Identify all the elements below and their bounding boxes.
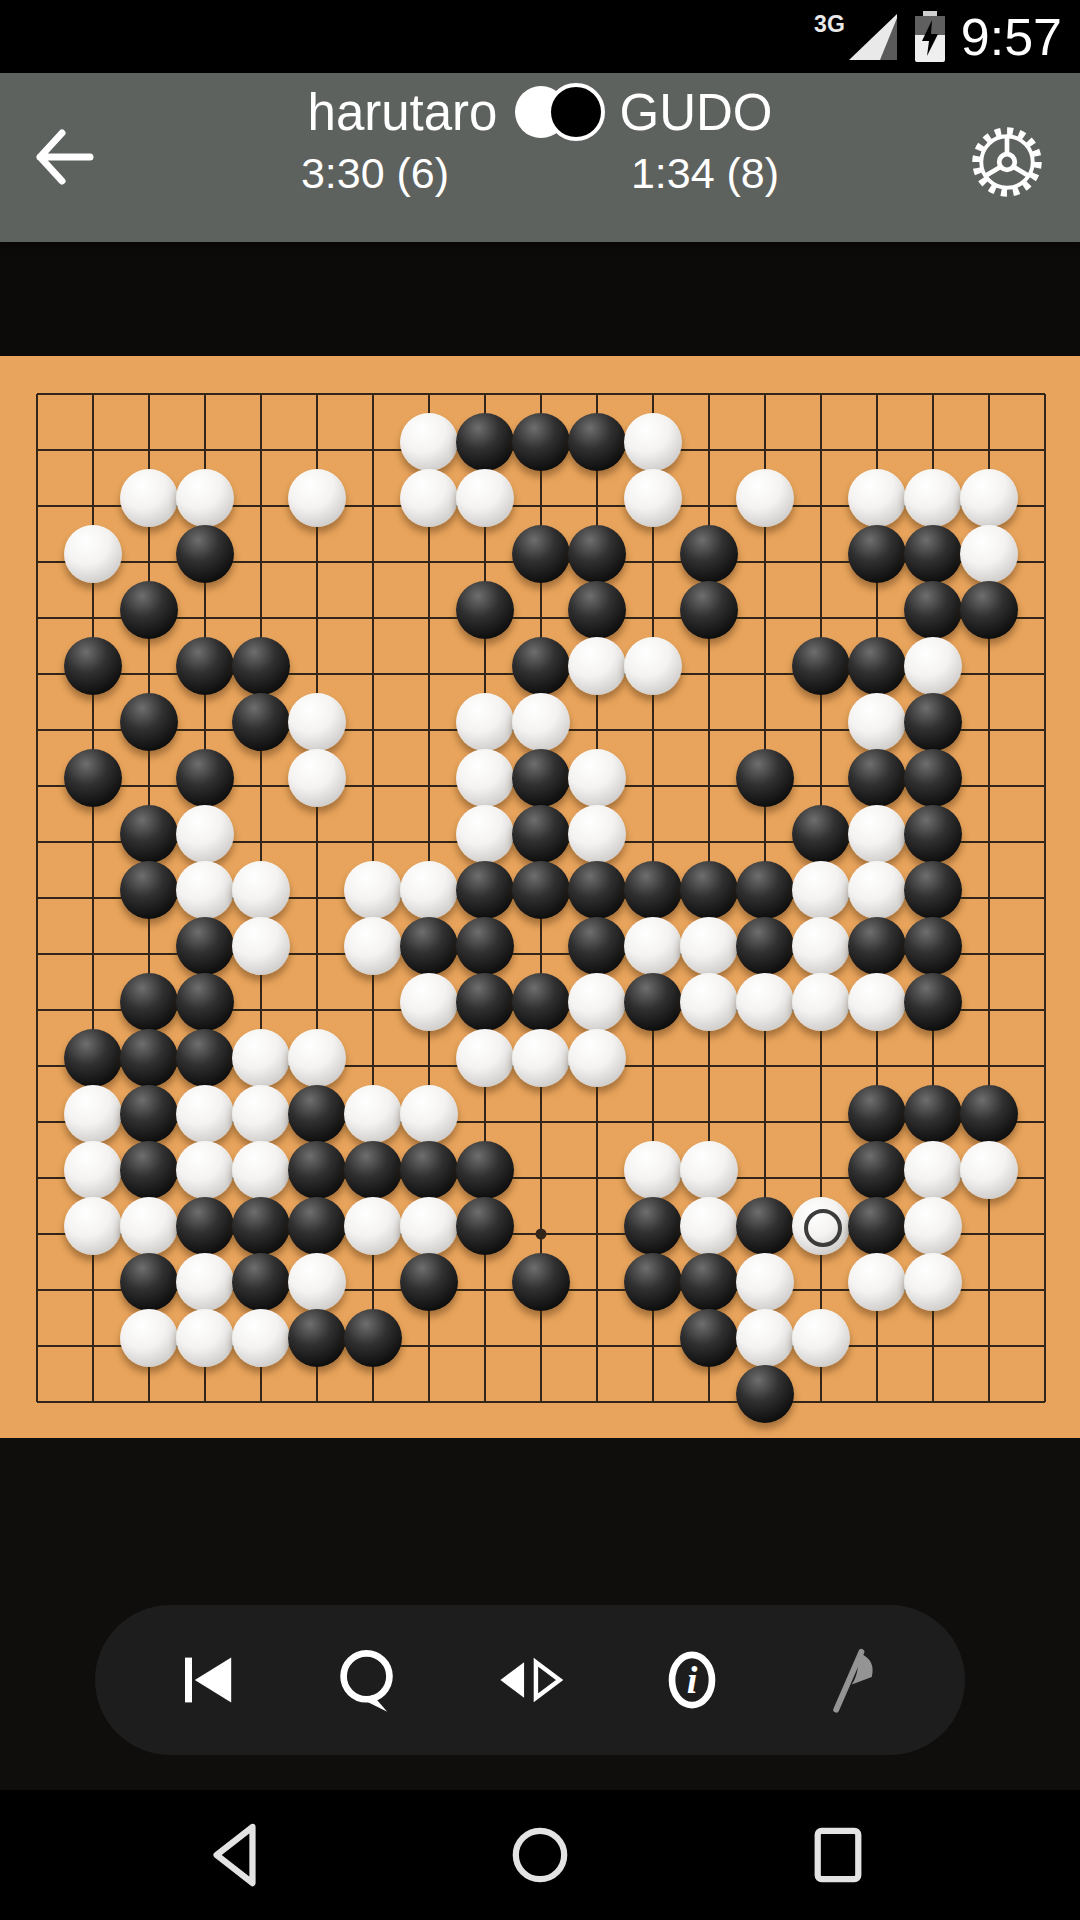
black-stone [120,1253,178,1311]
black-stone [456,581,514,639]
black-stone [176,749,234,807]
black-stone [232,1253,290,1311]
settings-gear-icon[interactable] [968,123,1046,201]
black-stone [120,1141,178,1199]
black-stone [848,749,906,807]
black-stone [288,1197,346,1255]
black-stone [736,917,794,975]
white-stone [400,1197,458,1255]
white-clock: 3:30 (6) [210,149,540,198]
white-stone [568,805,626,863]
black-stone [176,973,234,1031]
network-status: 3G [814,12,899,62]
black-stone [288,1141,346,1199]
white-stone [680,917,738,975]
white-stone [568,749,626,807]
black-stone [680,581,738,639]
black-stone [176,1197,234,1255]
black-stone [120,861,178,919]
white-stone [120,1309,178,1367]
black-stone [568,525,626,583]
white-stone [456,469,514,527]
white-stone [848,861,906,919]
white-stone [904,1197,962,1255]
white-stone [960,1141,1018,1199]
white-stone [960,469,1018,527]
white-stone [624,469,682,527]
white-stone [904,1141,962,1199]
white-stone [792,973,850,1031]
white-stone [120,469,178,527]
black-stone [288,1085,346,1143]
white-stone [736,1309,794,1367]
white-stone [176,1253,234,1311]
white-stone [568,637,626,695]
white-stone [64,525,122,583]
info-icon: i [655,1643,729,1717]
nav-home-icon[interactable] [501,1816,579,1894]
black-stone [904,749,962,807]
white-stone [680,1141,738,1199]
prev-next-move-button[interactable] [493,1643,567,1717]
white-stone [232,1141,290,1199]
black-stone [848,1141,906,1199]
white-stone [232,1029,290,1087]
black-stone [736,1197,794,1255]
black-stone [400,917,458,975]
black-stone [568,861,626,919]
chat-bubble-icon [331,1643,405,1717]
black-stone [680,1309,738,1367]
black-stone [232,693,290,751]
white-stone [176,805,234,863]
white-stone [680,1197,738,1255]
white-stone [848,973,906,1031]
black-stone [64,749,122,807]
black-stone [680,861,738,919]
black-stone [64,637,122,695]
white-stone [848,469,906,527]
white-stone [568,973,626,1031]
white-stone [904,637,962,695]
black-stone [344,1309,402,1367]
black-stone [176,917,234,975]
game-toolbar: i [95,1605,965,1755]
black-stone [848,637,906,695]
game-header: harutaro GUDO 3:30 (6) 1:34 (8) [0,81,1080,198]
network-type-label: 3G [814,13,845,36]
black-stone [456,861,514,919]
white-stone [344,861,402,919]
black-stone [176,1029,234,1087]
black-stone [176,637,234,695]
white-stone [232,861,290,919]
resign-flag-button[interactable] [817,1643,891,1717]
players-stones-icon [515,81,601,143]
signal-icon [847,12,899,62]
app-bar: harutaro GUDO 3:30 (6) 1:34 (8) [0,73,1080,242]
black-stone [456,1141,514,1199]
white-stone [176,861,234,919]
black-stone [512,861,570,919]
black-stone [904,581,962,639]
white-stone [400,1085,458,1143]
white-stone [848,805,906,863]
white-stone-last-move [792,1197,850,1255]
white-stone [64,1085,122,1143]
black-stone [736,749,794,807]
last-move-circle-mark [804,1209,842,1247]
white-stone [456,749,514,807]
white-stone [960,525,1018,583]
white-stone [400,973,458,1031]
black-stone [400,1141,458,1199]
battery-charging-icon [913,11,947,63]
info-button[interactable]: i [655,1643,729,1717]
white-stone [848,693,906,751]
black-stone [680,525,738,583]
black-stone [736,1365,794,1423]
player-black-name: GUDO [619,83,772,142]
white-stone [120,1197,178,1255]
black-stone [288,1309,346,1367]
black-stone [232,637,290,695]
black-stone [512,637,570,695]
prev-next-arrows-icon [493,1643,567,1717]
resign-flag-icon [817,1643,891,1717]
white-stone [624,637,682,695]
white-stone [792,917,850,975]
black-stone [904,1085,962,1143]
black-stone [624,973,682,1031]
white-stone [176,1141,234,1199]
white-stone [624,1141,682,1199]
black-stone [512,805,570,863]
white-stone [456,1029,514,1087]
black-stone [120,805,178,863]
black-stone [848,1085,906,1143]
black-stone [848,1197,906,1255]
white-stone [232,1309,290,1367]
status-bar: 3G 9:57 [0,0,1080,73]
chat-button[interactable] [331,1643,405,1717]
black-stone [904,693,962,751]
white-stone [792,861,850,919]
black-stone [624,861,682,919]
white-stone [904,469,962,527]
svg-text:i: i [687,1659,698,1701]
white-stone [736,1253,794,1311]
white-stone [736,469,794,527]
black-stone [512,1253,570,1311]
black-stone [736,861,794,919]
black-stone [960,1085,1018,1143]
black-stone [456,413,514,471]
white-stone [232,1085,290,1143]
white-stone [904,1253,962,1311]
black-stone [512,749,570,807]
white-stone [456,693,514,751]
black-stone [568,581,626,639]
black-stone [568,413,626,471]
white-stone [400,469,458,527]
white-stone [400,861,458,919]
black-stone [624,1253,682,1311]
black-stone [120,973,178,1031]
white-stone [568,1029,626,1087]
white-stone [288,1029,346,1087]
white-stone [344,1085,402,1143]
player-white-name: harutaro [308,83,498,142]
nav-back-icon[interactable] [201,1816,279,1894]
nav-recents-icon[interactable] [799,1816,877,1894]
android-nav-bar [0,1790,1080,1920]
black-stone [904,861,962,919]
black-stone [512,973,570,1031]
clock-time: 9:57 [961,11,1062,63]
black-stone [456,917,514,975]
black-stone [680,1253,738,1311]
black-stone [960,581,1018,639]
black-stone [120,1085,178,1143]
black-stone [176,525,234,583]
black-stone [456,973,514,1031]
black-stone [232,1197,290,1255]
white-stone [344,1197,402,1255]
black-stone [400,1253,458,1311]
white-stone [848,1253,906,1311]
black-stone [568,917,626,975]
black-stone [904,973,962,1031]
black-stone [120,1029,178,1087]
black-clock: 1:34 (8) [540,149,870,198]
white-stone [624,917,682,975]
black-stone [512,525,570,583]
white-stone [288,693,346,751]
white-stone [512,1029,570,1087]
white-stone [456,805,514,863]
white-stone [64,1141,122,1199]
black-stone [904,805,962,863]
black-stone [792,805,850,863]
black-stone [624,1197,682,1255]
black-stone [792,637,850,695]
white-stone [288,749,346,807]
black-stone [344,1141,402,1199]
white-stone [512,693,570,751]
black-stone [848,917,906,975]
white-stone [680,973,738,1031]
white-stone [232,917,290,975]
white-stone [792,1309,850,1367]
go-board[interactable] [0,356,1080,1438]
black-stone [512,413,570,471]
white-stone [624,413,682,471]
black-stone [904,525,962,583]
black-stone [64,1029,122,1087]
black-stone [904,917,962,975]
white-stone [64,1197,122,1255]
black-stone [848,525,906,583]
white-stone [736,973,794,1031]
skip-to-start-button[interactable] [169,1643,243,1717]
skip-to-start-icon [171,1645,241,1715]
white-stone [176,1309,234,1367]
black-stone [456,1197,514,1255]
white-stone [176,1085,234,1143]
white-stone [288,1253,346,1311]
white-stone [344,917,402,975]
white-stone [288,469,346,527]
black-stone [120,581,178,639]
white-stone [176,469,234,527]
white-stone [400,413,458,471]
black-stone [120,693,178,751]
